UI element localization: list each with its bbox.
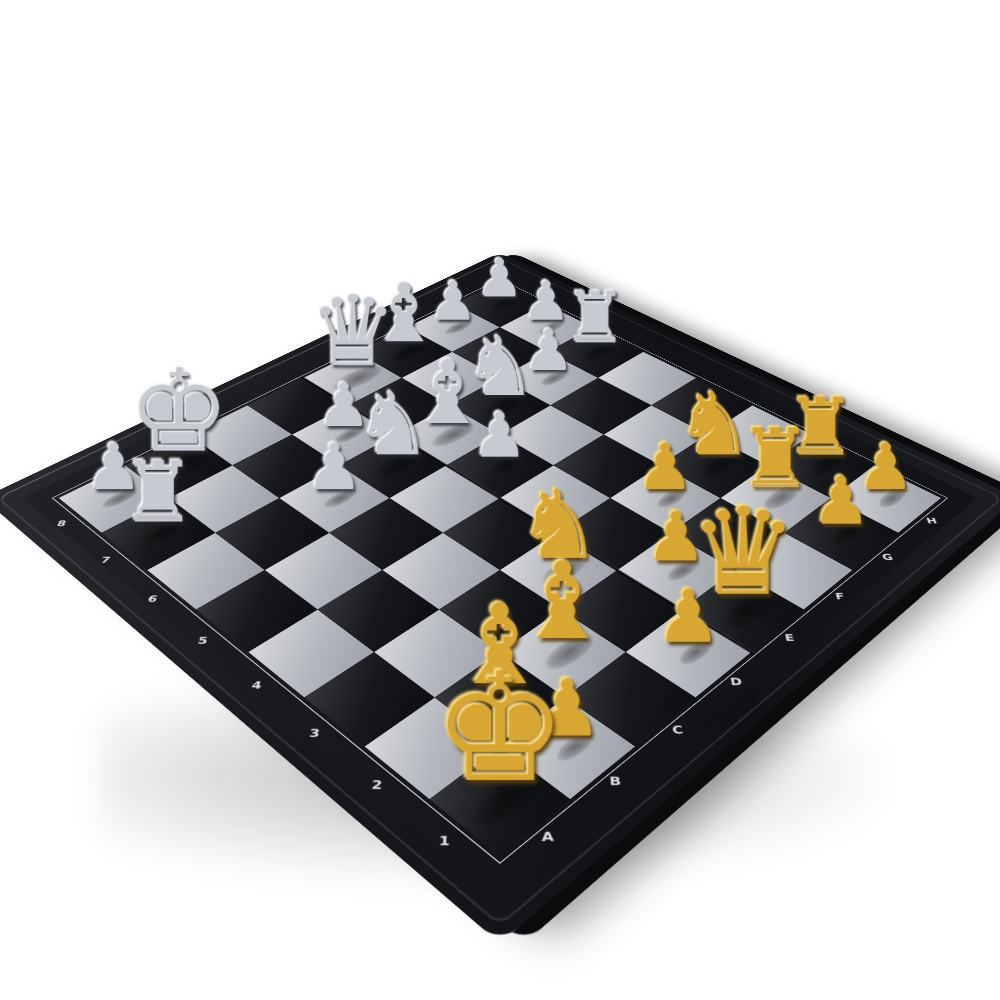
product-photo-stage: ABCDEFGH12345678 ♚♟♟♛♟♟♝♝♟♜♜♞♟♞♟♟♞♝♞♟♜♜♟… [0, 0, 1000, 1000]
